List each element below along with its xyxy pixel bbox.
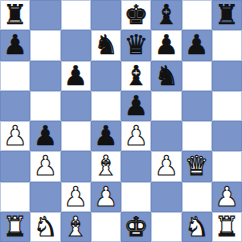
square-g3[interactable]: ♛ <box>182 151 212 181</box>
square-g4[interactable] <box>182 121 212 151</box>
piece-white-king: ♚ <box>124 212 148 242</box>
square-e1[interactable]: ♚ <box>121 212 151 242</box>
square-e4[interactable]: ♟ <box>121 121 151 151</box>
square-e3[interactable] <box>121 151 151 181</box>
square-e8[interactable]: ♚ <box>121 0 151 30</box>
piece-black-queen: ♛ <box>124 30 148 60</box>
square-a6[interactable] <box>0 61 30 91</box>
square-b8[interactable] <box>30 0 60 30</box>
square-c8[interactable] <box>61 0 91 30</box>
square-e6[interactable]: ♝ <box>121 61 151 91</box>
square-h4[interactable] <box>212 121 242 151</box>
piece-white-pawn: ♟ <box>94 182 118 212</box>
piece-white-pawn: ♟ <box>33 151 57 181</box>
square-f1[interactable] <box>151 212 181 242</box>
piece-black-pawn: ♟ <box>3 30 27 60</box>
piece-black-rook: ♜ <box>3 0 27 30</box>
square-d2[interactable]: ♟ <box>91 182 121 212</box>
square-a2[interactable] <box>0 182 30 212</box>
piece-black-knight: ♞ <box>94 30 118 60</box>
square-g2[interactable] <box>182 182 212 212</box>
square-b3[interactable]: ♟ <box>30 151 60 181</box>
square-c7[interactable] <box>61 30 91 60</box>
square-b4[interactable]: ♟ <box>30 121 60 151</box>
square-h1[interactable]: ♜ <box>212 212 242 242</box>
square-c1[interactable]: ♝ <box>61 212 91 242</box>
square-f2[interactable] <box>151 182 181 212</box>
piece-white-queen: ♛ <box>185 151 209 181</box>
square-g8[interactable] <box>182 0 212 30</box>
square-h7[interactable] <box>212 30 242 60</box>
square-g6[interactable] <box>182 61 212 91</box>
square-e2[interactable] <box>121 182 151 212</box>
square-d4[interactable]: ♟ <box>91 121 121 151</box>
square-h5[interactable] <box>212 91 242 121</box>
piece-black-pawn: ♟ <box>33 121 57 151</box>
piece-black-pawn: ♟ <box>94 121 118 151</box>
piece-black-rook: ♜ <box>215 0 239 30</box>
piece-white-knight: ♞ <box>185 212 209 242</box>
piece-white-rook: ♜ <box>215 212 239 242</box>
square-a8[interactable]: ♜ <box>0 0 30 30</box>
chess-board: ♜♚♝♜♟♞♛♟♟♟♝♞♟♟♟♟♟♟♝♟♛♟♟♟♜♞♝♚♞♜ <box>0 0 242 242</box>
square-b1[interactable]: ♞ <box>30 212 60 242</box>
piece-white-pawn: ♟ <box>3 121 27 151</box>
square-g7[interactable]: ♟ <box>182 30 212 60</box>
piece-white-pawn: ♟ <box>154 151 178 181</box>
piece-white-pawn: ♟ <box>124 121 148 151</box>
square-d3[interactable]: ♝ <box>91 151 121 181</box>
square-f3[interactable]: ♟ <box>151 151 181 181</box>
square-f5[interactable] <box>151 91 181 121</box>
piece-black-knight: ♞ <box>154 61 178 91</box>
square-f7[interactable]: ♟ <box>151 30 181 60</box>
piece-white-bishop: ♝ <box>94 151 118 181</box>
square-f4[interactable] <box>151 121 181 151</box>
piece-black-pawn: ♟ <box>154 30 178 60</box>
square-h2[interactable]: ♟ <box>212 182 242 212</box>
square-b7[interactable] <box>30 30 60 60</box>
square-e7[interactable]: ♛ <box>121 30 151 60</box>
square-d6[interactable] <box>91 61 121 91</box>
piece-white-bishop: ♝ <box>64 212 88 242</box>
square-c2[interactable]: ♟ <box>61 182 91 212</box>
square-c5[interactable] <box>61 91 91 121</box>
square-c3[interactable] <box>61 151 91 181</box>
square-b6[interactable] <box>30 61 60 91</box>
square-d8[interactable] <box>91 0 121 30</box>
piece-white-knight: ♞ <box>33 212 57 242</box>
square-a7[interactable]: ♟ <box>0 30 30 60</box>
piece-black-king: ♚ <box>124 0 148 30</box>
square-g5[interactable] <box>182 91 212 121</box>
square-b2[interactable] <box>30 182 60 212</box>
piece-black-pawn: ♟ <box>64 61 88 91</box>
square-d7[interactable]: ♞ <box>91 30 121 60</box>
square-d1[interactable] <box>91 212 121 242</box>
square-e5[interactable]: ♟ <box>121 91 151 121</box>
piece-white-pawn: ♟ <box>64 182 88 212</box>
square-h8[interactable]: ♜ <box>212 0 242 30</box>
square-g1[interactable]: ♞ <box>182 212 212 242</box>
piece-black-bishop: ♝ <box>124 61 148 91</box>
square-f8[interactable]: ♝ <box>151 0 181 30</box>
piece-black-pawn: ♟ <box>124 91 148 121</box>
square-b5[interactable] <box>30 91 60 121</box>
piece-black-bishop: ♝ <box>154 0 178 30</box>
square-h3[interactable] <box>212 151 242 181</box>
square-c6[interactable]: ♟ <box>61 61 91 91</box>
square-a1[interactable]: ♜ <box>0 212 30 242</box>
square-a5[interactable] <box>0 91 30 121</box>
square-a3[interactable] <box>0 151 30 181</box>
square-f6[interactable]: ♞ <box>151 61 181 91</box>
square-h6[interactable] <box>212 61 242 91</box>
piece-black-pawn: ♟ <box>185 30 209 60</box>
piece-white-rook: ♜ <box>3 212 27 242</box>
chess-board-window: ♜♚♝♜♟♞♛♟♟♟♝♞♟♟♟♟♟♟♝♟♛♟♟♟♜♞♝♚♞♜ <box>0 0 242 242</box>
square-a4[interactable]: ♟ <box>0 121 30 151</box>
square-d5[interactable] <box>91 91 121 121</box>
piece-white-pawn: ♟ <box>215 182 239 212</box>
square-c4[interactable] <box>61 121 91 151</box>
